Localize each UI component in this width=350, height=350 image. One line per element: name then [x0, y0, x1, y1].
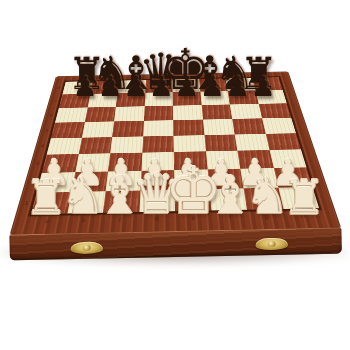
piece-black-pawn-h7[interactable]: ♟ — [250, 73, 275, 101]
piece-black-pawn-c7[interactable]: ♟ — [123, 73, 148, 101]
chess-set-photo: abcdefgh 87654321 ♜♞♝♛♚♝♞♜♟♟♟♟♟♟♟♟♟♟♟♟♟♟… — [0, 0, 350, 350]
piece-black-pawn-a7[interactable]: ♟ — [72, 73, 97, 101]
piece-black-pawn-d7[interactable]: ♟ — [149, 73, 174, 101]
pieces-layer: ♜♞♝♛♚♝♞♜♟♟♟♟♟♟♟♟♟♟♟♟♟♟♟♟♜♞♝♛♚♝♞♜ — [0, 0, 350, 350]
piece-black-pawn-b7[interactable]: ♟ — [98, 73, 123, 101]
piece-white-rook-h1[interactable]: ♜ — [282, 173, 325, 221]
piece-black-pawn-f7[interactable]: ♟ — [200, 73, 225, 101]
piece-black-pawn-e7[interactable]: ♟ — [174, 73, 199, 101]
piece-black-pawn-g7[interactable]: ♟ — [225, 73, 250, 101]
